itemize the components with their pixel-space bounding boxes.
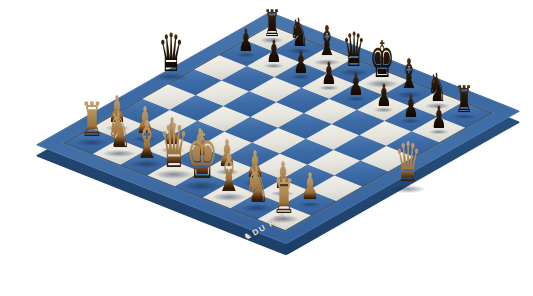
white-queen-glyph: ♛ <box>394 136 421 191</box>
black-pawn-glyph: ♟ <box>238 25 253 56</box>
piece-black-pawn[interactable]: ♟ <box>426 105 451 133</box>
piece-white-rook[interactable]: ♜ <box>265 179 303 221</box>
product-photo-stage: ♞DU ROI ♜♞♝♛♚♝♞♜♟♟♟♟♟♟♟♟♛♛♟♟♟♟♟♟♟♟♜♞♝♛♚♝… <box>0 0 533 296</box>
black-pawn-glyph: ♟ <box>376 80 391 111</box>
piece-black-queen[interactable]: ♛ <box>149 31 191 78</box>
piece-black-rook[interactable]: ♜ <box>450 85 479 118</box>
piece-black-pawn[interactable]: ♟ <box>234 29 259 57</box>
piece-black-pawn[interactable]: ♟ <box>371 83 396 111</box>
piece-black-pawn[interactable]: ♟ <box>399 94 424 122</box>
piece-black-pawn[interactable]: ♟ <box>261 40 286 68</box>
black-queen-glyph: ♛ <box>157 26 183 79</box>
black-pawn-glyph: ♟ <box>403 91 418 122</box>
black-rook-glyph: ♜ <box>455 81 473 118</box>
white-rook-glyph: ♜ <box>273 173 296 220</box>
black-pawn-glyph: ♟ <box>348 69 363 100</box>
black-pawn-glyph: ♟ <box>266 36 281 67</box>
piece-black-pawn[interactable]: ♟ <box>344 72 369 100</box>
white-pawn-glyph: ♟ <box>301 169 319 206</box>
piece-white-queen[interactable]: ♛ <box>386 142 430 191</box>
black-pawn-glyph: ♟ <box>321 58 336 89</box>
piece-black-pawn[interactable]: ♟ <box>289 50 314 78</box>
piece-black-pawn[interactable]: ♟ <box>316 61 341 89</box>
black-pawn-glyph: ♟ <box>431 102 446 133</box>
black-pawn-glyph: ♟ <box>293 47 308 78</box>
